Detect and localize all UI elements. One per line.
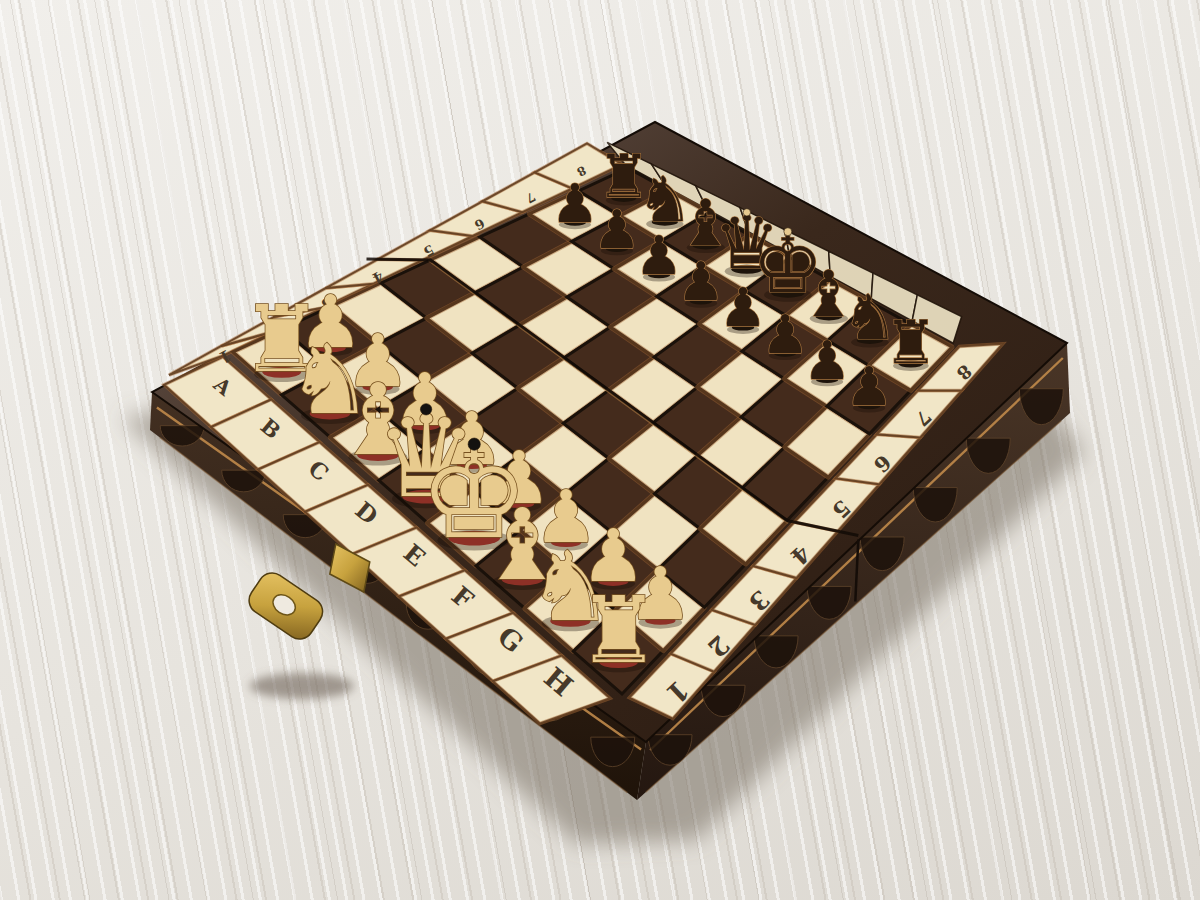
piece-white-rook-h1: ♜ — [577, 577, 659, 684]
piece-black-pawn-c7: ♟ — [635, 224, 683, 287]
royal-finial-light — [743, 209, 750, 216]
piece-glyph-pawn: ♟ — [803, 329, 851, 392]
piece-glyph-pawn: ♟ — [719, 276, 767, 339]
piece-glyph-pawn: ♟ — [551, 172, 599, 235]
chess-set-photo: ABCDEFGH1234567812345678♜♞♟♝♟♛♟♚♟♝♟♞♟♟♜♜… — [0, 0, 1200, 900]
piece-black-pawn-h7: ♟ — [845, 355, 893, 418]
piece-glyph-pawn: ♟ — [677, 250, 725, 313]
piece-black-pawn-f7: ♟ — [761, 303, 809, 366]
royal-finial-black — [468, 438, 480, 450]
piece-black-pawn-g7: ♟ — [803, 329, 851, 392]
photo-stage: ABCDEFGH1234567812345678♜♞♟♝♟♛♟♚♟♝♟♞♟♟♜♜… — [0, 0, 1200, 900]
piece-glyph-pawn: ♟ — [593, 198, 641, 261]
piece-black-pawn-a7: ♟ — [551, 172, 599, 235]
latch-shadow — [250, 673, 354, 699]
piece-glyph-pawn: ♟ — [761, 303, 809, 366]
royal-finial-light — [784, 228, 792, 236]
piece-glyph-pawn: ♟ — [635, 224, 683, 287]
piece-black-pawn-e7: ♟ — [719, 276, 767, 339]
piece-glyph-pawn: ♟ — [845, 355, 893, 418]
royal-finial-black — [420, 404, 431, 415]
piece-black-pawn-d7: ♟ — [677, 250, 725, 313]
piece-glyph-rook: ♜ — [577, 577, 659, 684]
piece-black-pawn-b7: ♟ — [593, 198, 641, 261]
